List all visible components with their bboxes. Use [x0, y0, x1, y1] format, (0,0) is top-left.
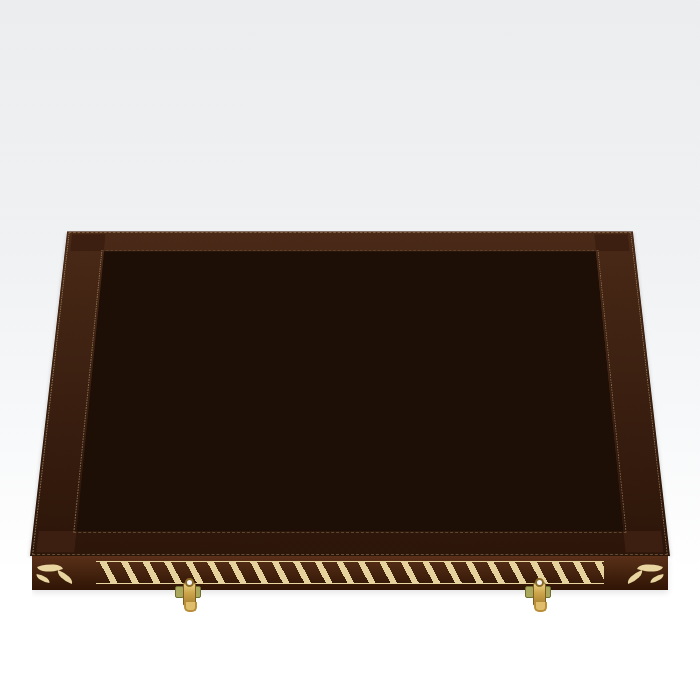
- brass-clasp-left: [175, 580, 201, 610]
- top-border: [104, 234, 596, 251]
- frame-corner: [36, 531, 76, 553]
- chess-set-photo: [0, 0, 700, 700]
- board-front-edge: [32, 556, 668, 590]
- frame-corner: [70, 234, 106, 251]
- chess-board: [30, 231, 670, 556]
- file-labels-bottom: [74, 531, 625, 553]
- board-grid: [76, 251, 623, 531]
- brass-clasp-right: [525, 580, 551, 610]
- leaf-carving-left: [34, 560, 92, 585]
- leaf-carving-right: [608, 560, 666, 585]
- frame-corner: [594, 234, 630, 251]
- frame-corner: [624, 531, 664, 553]
